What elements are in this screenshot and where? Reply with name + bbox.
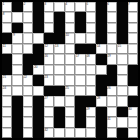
white-cell-r3c7[interactable]	[65, 23, 75, 33]
white-cell-r3c1[interactable]	[2, 23, 12, 33]
white-cell-r8c6[interactable]	[54, 75, 64, 85]
white-cell-r4c2[interactable]: 9	[12, 33, 22, 43]
white-cell-r4c11[interactable]	[107, 33, 117, 43]
white-cell-r2c1[interactable]: 8	[2, 12, 12, 22]
white-cell-r9c2[interactable]	[12, 86, 22, 96]
clue-number: 18	[86, 54, 89, 58]
black-cell-r4c5	[44, 33, 54, 43]
white-cell-r7c7[interactable]	[65, 65, 75, 75]
black-cell-r3c2	[12, 23, 22, 33]
white-cell-r2c9[interactable]	[86, 12, 96, 22]
white-cell-r11c1[interactable]	[2, 107, 12, 117]
white-cell-r8c7[interactable]	[65, 75, 75, 85]
crossword-puzzle: 1234567891011121314151617181920212223242…	[0, 0, 140, 140]
white-cell-r11c3[interactable]	[23, 107, 33, 117]
clue-number: 26	[107, 86, 110, 90]
clue-number: 29	[86, 107, 89, 111]
black-cell-r11c12	[117, 107, 127, 117]
white-cell-r12c9[interactable]	[86, 117, 96, 127]
white-cell-r6c8[interactable]: 17	[75, 54, 85, 64]
black-cell-r6c10	[96, 54, 106, 64]
black-cell-r11c8	[75, 107, 85, 117]
black-cell-r5c9	[86, 44, 96, 54]
white-cell-r5c7[interactable]	[65, 44, 75, 54]
clue-number: 31	[107, 117, 110, 121]
white-cell-r7c4[interactable]: 20	[33, 65, 43, 75]
white-cell-r2c7[interactable]	[65, 12, 75, 22]
black-cell-r11c10	[96, 107, 106, 117]
clue-number: 2	[23, 2, 25, 6]
clue-number: 3	[44, 2, 46, 6]
clue-number: 5	[86, 2, 88, 6]
crossword-grid: 1234567891011121314151617181920212223242…	[0, 0, 140, 140]
black-cell-r13c2	[12, 128, 22, 138]
clue-number: 32	[44, 128, 47, 132]
white-cell-r5c1[interactable]: 11	[2, 44, 12, 54]
white-cell-r13c13[interactable]	[128, 128, 138, 138]
black-cell-r5c4	[33, 44, 43, 54]
white-cell-r10c5[interactable]: 27	[44, 96, 54, 106]
white-cell-r5c2[interactable]	[12, 44, 22, 54]
clue-number: 27	[44, 96, 47, 100]
black-cell-r10c4	[33, 96, 43, 106]
white-cell-r11c7[interactable]	[65, 107, 75, 117]
white-cell-r1c1[interactable]: 1	[2, 2, 12, 12]
white-cell-r2c13[interactable]	[128, 12, 138, 22]
black-cell-r9c5	[44, 86, 54, 96]
white-cell-r5c3[interactable]	[23, 44, 33, 54]
white-cell-r12c3[interactable]	[23, 117, 33, 127]
white-cell-r4c13[interactable]	[128, 33, 138, 43]
white-cell-r11c11[interactable]	[107, 107, 117, 117]
white-cell-r7c2[interactable]	[12, 65, 22, 75]
white-cell-r7c5[interactable]	[44, 65, 54, 75]
black-cell-r8c4	[33, 75, 43, 85]
white-cell-r5c12[interactable]: 15	[117, 44, 127, 54]
clue-number: 9	[13, 33, 15, 37]
black-cell-r4c1	[2, 33, 12, 43]
black-cell-r2c10	[96, 12, 106, 22]
black-cell-r9c10	[96, 86, 106, 96]
white-cell-r10c12[interactable]	[117, 96, 127, 106]
black-cell-r10c13	[128, 96, 138, 106]
white-cell-r1c3[interactable]: 2	[23, 2, 33, 12]
white-cell-r6c12[interactable]	[117, 54, 127, 64]
black-cell-r5c8	[75, 44, 85, 54]
black-cell-r4c6	[54, 33, 64, 43]
black-cell-r13c12	[117, 128, 127, 138]
black-cell-r2c12	[117, 12, 127, 22]
clue-number: 11	[3, 44, 6, 48]
white-cell-r1c7[interactable]: 4	[65, 2, 75, 12]
black-cell-r10c9	[86, 96, 96, 106]
clue-number: 25	[65, 86, 68, 90]
white-cell-r1c8[interactable]	[75, 2, 85, 12]
white-cell-r1c11[interactable]: 6	[107, 2, 117, 12]
black-cell-r7c1	[2, 65, 12, 75]
black-cell-r11c6	[54, 107, 64, 117]
black-cell-r3c10	[96, 23, 106, 33]
white-cell-r6c9[interactable]: 18	[86, 54, 96, 64]
black-cell-r9c6	[54, 86, 64, 96]
black-cell-r8c11	[107, 75, 117, 85]
clue-number: 14	[97, 44, 100, 48]
white-cell-r13c8[interactable]	[75, 128, 85, 138]
white-cell-r7c10[interactable]	[96, 65, 106, 75]
white-cell-r4c4[interactable]	[33, 33, 43, 43]
white-cell-r9c3[interactable]	[23, 86, 33, 96]
white-cell-r2c2[interactable]	[12, 12, 22, 22]
white-cell-r12c11[interactable]: 31	[107, 117, 117, 127]
clue-number: 16	[44, 54, 47, 58]
black-cell-r1c10	[96, 2, 106, 12]
clue-number: 10	[65, 33, 68, 37]
black-cell-r11c4	[33, 107, 43, 117]
white-cell-r9c13[interactable]	[128, 86, 138, 96]
black-cell-r12c2	[12, 117, 22, 127]
white-cell-r11c13[interactable]: 30	[128, 107, 138, 117]
white-cell-r7c9[interactable]	[86, 65, 96, 75]
white-cell-r13c11[interactable]	[107, 128, 117, 138]
white-cell-r12c5[interactable]	[44, 117, 54, 127]
black-cell-r3c12	[117, 23, 127, 33]
white-cell-r4c9[interactable]	[86, 33, 96, 43]
white-cell-r11c9[interactable]: 29	[86, 107, 96, 117]
white-cell-r3c11[interactable]	[107, 23, 117, 33]
white-cell-r10c7[interactable]	[65, 96, 75, 106]
white-cell-r13c9[interactable]	[86, 128, 96, 138]
white-cell-r13c7[interactable]	[65, 128, 75, 138]
white-cell-r3c3[interactable]	[23, 23, 33, 33]
white-cell-r3c13[interactable]	[128, 23, 138, 33]
clue-number: 7	[128, 2, 130, 6]
black-cell-r6c3	[23, 54, 33, 64]
white-cell-r9c8[interactable]	[75, 86, 85, 96]
white-cell-r5c11[interactable]	[107, 44, 117, 54]
clue-number: 8	[3, 12, 5, 16]
white-cell-r8c9[interactable]	[86, 75, 96, 85]
white-cell-r13c5[interactable]: 32	[44, 128, 54, 138]
clue-number: 4	[65, 2, 67, 6]
black-cell-r12c4	[33, 117, 43, 127]
black-cell-r7c13	[128, 65, 138, 75]
white-cell-r10c1[interactable]	[2, 96, 12, 106]
clue-number: 19	[107, 54, 110, 58]
white-cell-r9c4[interactable]	[33, 86, 43, 96]
white-cell-r3c5[interactable]	[44, 23, 54, 33]
black-cell-r3c4	[33, 23, 43, 33]
black-cell-r11c2	[12, 107, 22, 117]
white-cell-r10c10[interactable]: 28	[96, 96, 106, 106]
white-cell-r6c7[interactable]	[65, 54, 75, 64]
white-cell-r5c13[interactable]	[128, 44, 138, 54]
white-cell-r5c6[interactable]: 13	[54, 44, 64, 54]
black-cell-r2c8	[75, 12, 85, 22]
white-cell-r12c13[interactable]	[128, 117, 138, 127]
white-cell-r10c3[interactable]	[23, 96, 33, 106]
white-cell-r8c5[interactable]: 23	[44, 75, 54, 85]
white-cell-r1c6[interactable]	[54, 2, 64, 12]
white-cell-r5c10[interactable]: 14	[96, 44, 106, 54]
white-cell-r10c6[interactable]	[54, 96, 64, 106]
white-cell-r10c11[interactable]	[107, 96, 117, 106]
clue-number: 20	[34, 65, 37, 69]
black-cell-r12c6	[54, 117, 64, 127]
clue-number: 15	[118, 44, 121, 48]
clue-number: 30	[128, 107, 131, 111]
white-cell-r3c9[interactable]	[86, 23, 96, 33]
clue-number: 13	[55, 44, 58, 48]
white-cell-r8c12[interactable]	[117, 75, 127, 85]
white-cell-r7c12[interactable]	[117, 65, 127, 75]
white-cell-r9c7[interactable]: 25	[65, 86, 75, 96]
black-cell-r12c8	[75, 117, 85, 127]
clue-number: 23	[44, 75, 47, 79]
white-cell-r8c3[interactable]: 22	[23, 75, 33, 85]
white-cell-r12c1[interactable]	[2, 117, 12, 127]
black-cell-r13c10	[96, 128, 106, 138]
white-cell-r13c6[interactable]	[54, 128, 64, 138]
clue-number: 28	[97, 96, 100, 100]
white-cell-r9c1[interactable]: 24	[2, 86, 12, 96]
white-cell-r2c5[interactable]	[44, 12, 54, 22]
clue-number: 6	[107, 2, 109, 6]
black-cell-r8c10	[96, 75, 106, 85]
white-cell-r9c11[interactable]: 26	[107, 86, 117, 96]
white-cell-r2c11[interactable]	[107, 12, 117, 22]
black-cell-r4c12	[117, 33, 127, 43]
white-cell-r7c8[interactable]	[75, 65, 85, 75]
black-cell-r12c10	[96, 117, 106, 127]
white-cell-r8c2[interactable]	[12, 75, 22, 85]
white-cell-r11c5[interactable]	[44, 107, 54, 117]
black-cell-r3c6	[54, 23, 64, 33]
black-cell-r2c6	[54, 12, 64, 22]
black-cell-r10c8	[75, 96, 85, 106]
black-cell-r1c2	[12, 2, 22, 12]
white-cell-r6c5[interactable]: 16	[44, 54, 54, 64]
white-cell-r5c5[interactable]: 12	[44, 44, 54, 54]
white-cell-r6c11[interactable]: 19	[107, 54, 117, 64]
white-cell-r8c8[interactable]	[75, 75, 85, 85]
white-cell-r1c9[interactable]: 5	[86, 2, 96, 12]
clue-number: 24	[3, 86, 6, 90]
black-cell-r2c4	[33, 12, 43, 22]
black-cell-r4c10	[96, 33, 106, 43]
white-cell-r7c6[interactable]	[54, 65, 64, 75]
clue-number: 21	[3, 75, 6, 79]
clue-number: 12	[44, 44, 47, 48]
black-cell-r6c4	[33, 54, 43, 64]
white-cell-r4c7[interactable]: 10	[65, 33, 75, 43]
white-cell-r6c6[interactable]	[54, 54, 64, 64]
black-cell-r1c4	[33, 2, 43, 12]
white-cell-r1c5[interactable]: 3	[44, 2, 54, 12]
white-cell-r6c13[interactable]	[128, 54, 138, 64]
black-cell-r1c12	[117, 2, 127, 12]
black-cell-r8c13	[128, 75, 138, 85]
black-cell-r3c8	[75, 23, 85, 33]
white-cell-r6c2[interactable]	[12, 54, 22, 64]
black-cell-r13c4	[33, 128, 43, 138]
white-cell-r4c8[interactable]	[75, 33, 85, 43]
white-cell-r8c1[interactable]: 21	[2, 75, 12, 85]
white-cell-r13c1[interactable]	[2, 128, 12, 138]
black-cell-r6c1	[2, 54, 12, 64]
white-cell-r9c9[interactable]	[86, 86, 96, 96]
clue-number: 1	[3, 2, 5, 6]
white-cell-r1c13[interactable]: 7	[128, 2, 138, 12]
white-cell-r2c3[interactable]	[23, 12, 33, 22]
white-cell-r12c7[interactable]	[65, 117, 75, 127]
white-cell-r9c12[interactable]	[117, 86, 127, 96]
black-cell-r10c2	[12, 96, 22, 106]
white-cell-r13c3[interactable]	[23, 128, 33, 138]
black-cell-r7c11	[107, 65, 117, 75]
white-cell-r12c12[interactable]	[117, 117, 127, 127]
black-cell-r7c3	[23, 65, 33, 75]
clue-number: 17	[76, 54, 79, 58]
white-cell-r4c3[interactable]	[23, 33, 33, 43]
clue-number: 22	[23, 75, 26, 79]
